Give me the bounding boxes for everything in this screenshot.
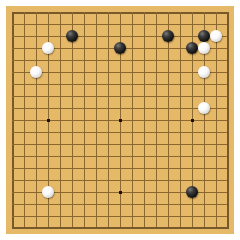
stone-white-r11 xyxy=(198,102,210,114)
grid-line-vertical xyxy=(180,12,181,229)
grid-line-vertical xyxy=(156,12,157,229)
stone-black-r17 xyxy=(198,30,210,42)
stone-white-r14 xyxy=(198,66,210,78)
stone-white-d16 xyxy=(42,42,54,54)
stone-white-r16 xyxy=(198,42,210,54)
star-point xyxy=(119,191,122,194)
grid-line-vertical xyxy=(132,12,133,229)
grid-line-vertical xyxy=(216,12,217,229)
stone-white-s17 xyxy=(210,30,222,42)
grid-line-horizontal xyxy=(12,144,229,145)
stone-black-k16 xyxy=(114,42,126,54)
stone-black-q4 xyxy=(186,186,198,198)
go-board[interactable] xyxy=(6,6,234,234)
stone-black-o17 xyxy=(162,30,174,42)
grid-line-horizontal xyxy=(12,204,229,205)
stone-white-c14 xyxy=(30,66,42,78)
stone-black-f17 xyxy=(66,30,78,42)
star-point xyxy=(47,119,50,122)
star-point xyxy=(119,119,122,122)
grid-line-vertical xyxy=(144,12,145,229)
grid-line-horizontal xyxy=(12,168,229,169)
star-point xyxy=(191,119,194,122)
grid-line-vertical xyxy=(227,12,229,229)
grid-line-horizontal xyxy=(12,227,229,229)
stone-black-q16 xyxy=(186,42,198,54)
grid-line-vertical xyxy=(168,12,169,229)
grid-line-horizontal xyxy=(12,180,229,181)
grid-line-horizontal xyxy=(12,156,229,157)
grid-line-horizontal xyxy=(12,216,229,217)
stone-white-d4 xyxy=(42,186,54,198)
grid-line-horizontal xyxy=(12,132,229,133)
